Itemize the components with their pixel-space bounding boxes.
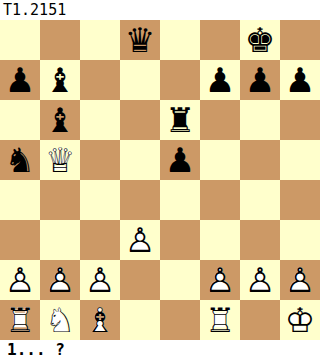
square-a1[interactable]: ♜♖ (0, 300, 40, 340)
square-d8[interactable]: ♛ (120, 20, 160, 60)
square-b2[interactable]: ♟♙ (40, 260, 80, 300)
square-h4[interactable] (280, 180, 320, 220)
square-h8[interactable] (280, 20, 320, 60)
square-a8[interactable] (0, 20, 40, 60)
square-a4[interactable] (0, 180, 40, 220)
square-b6[interactable]: ♝ (40, 100, 80, 140)
square-d4[interactable] (120, 180, 160, 220)
square-b4[interactable] (40, 180, 80, 220)
square-c7[interactable] (80, 60, 120, 100)
square-e2[interactable] (160, 260, 200, 300)
square-h7[interactable]: ♟ (280, 60, 320, 100)
white-king: ♚ (280, 300, 320, 340)
white-pawn: ♟ (80, 260, 120, 300)
square-d2[interactable] (120, 260, 160, 300)
white-pawn: ♟ (280, 260, 320, 300)
square-d5[interactable] (120, 140, 160, 180)
white-pawn-outline: ♙ (80, 260, 120, 300)
black-pawn: ♟ (240, 60, 280, 100)
square-g5[interactable] (240, 140, 280, 180)
white-pawn: ♟ (240, 260, 280, 300)
white-pawn-outline: ♙ (240, 260, 280, 300)
white-knight: ♞ (40, 300, 80, 340)
square-e6[interactable]: ♜ (160, 100, 200, 140)
square-g8[interactable]: ♚ (240, 20, 280, 60)
move-prompt: 1... ? (0, 340, 320, 360)
square-f1[interactable]: ♜♖ (200, 300, 240, 340)
square-h5[interactable] (280, 140, 320, 180)
square-g2[interactable]: ♟♙ (240, 260, 280, 300)
black-king: ♚ (240, 20, 280, 60)
square-e8[interactable] (160, 20, 200, 60)
black-pawn: ♟ (160, 140, 200, 180)
white-bishop: ♝ (80, 300, 120, 340)
black-pawn: ♟ (200, 60, 240, 100)
square-d1[interactable] (120, 300, 160, 340)
square-c3[interactable] (80, 220, 120, 260)
white-rook-outline: ♖ (0, 300, 40, 340)
square-g4[interactable] (240, 180, 280, 220)
square-h3[interactable] (280, 220, 320, 260)
square-e4[interactable] (160, 180, 200, 220)
square-a3[interactable] (0, 220, 40, 260)
black-pawn: ♟ (0, 60, 40, 100)
square-g1[interactable] (240, 300, 280, 340)
square-f8[interactable] (200, 20, 240, 60)
puzzle-title: T1.2151 (0, 0, 320, 20)
square-f2[interactable]: ♟♙ (200, 260, 240, 300)
white-pawn-outline: ♙ (40, 260, 80, 300)
black-bishop: ♝ (40, 100, 80, 140)
white-pawn: ♟ (40, 260, 80, 300)
white-pawn: ♟ (0, 260, 40, 300)
square-a7[interactable]: ♟ (0, 60, 40, 100)
white-pawn-outline: ♙ (280, 260, 320, 300)
square-c1[interactable]: ♝♗ (80, 300, 120, 340)
white-bishop-outline: ♗ (80, 300, 120, 340)
white-king-outline: ♔ (280, 300, 320, 340)
square-d3[interactable]: ♟♙ (120, 220, 160, 260)
square-f5[interactable] (200, 140, 240, 180)
square-e7[interactable] (160, 60, 200, 100)
black-rook: ♜ (160, 100, 200, 140)
square-c6[interactable] (80, 100, 120, 140)
square-d6[interactable] (120, 100, 160, 140)
white-pawn: ♟ (200, 260, 240, 300)
white-queen: ♛ (40, 140, 80, 180)
chess-puzzle-app: T1.2151 ♛♚♟♝♟♟♟♝♜♞♛♕♟♟♙♟♙♟♙♟♙♟♙♟♙♟♙♜♖♞♘♝… (0, 0, 320, 360)
square-b7[interactable]: ♝ (40, 60, 80, 100)
white-pawn: ♟ (120, 220, 160, 260)
chess-board: ♛♚♟♝♟♟♟♝♜♞♛♕♟♟♙♟♙♟♙♟♙♟♙♟♙♟♙♜♖♞♘♝♗♜♖♚♔ (0, 20, 320, 340)
white-pawn-outline: ♙ (0, 260, 40, 300)
black-queen: ♛ (120, 20, 160, 60)
white-rook: ♜ (200, 300, 240, 340)
square-e5[interactable]: ♟ (160, 140, 200, 180)
square-b8[interactable] (40, 20, 80, 60)
square-c2[interactable]: ♟♙ (80, 260, 120, 300)
white-pawn-outline: ♙ (200, 260, 240, 300)
square-b3[interactable] (40, 220, 80, 260)
white-rook: ♜ (0, 300, 40, 340)
square-c4[interactable] (80, 180, 120, 220)
square-b1[interactable]: ♞♘ (40, 300, 80, 340)
square-g6[interactable] (240, 100, 280, 140)
square-e3[interactable] (160, 220, 200, 260)
black-knight: ♞ (0, 140, 40, 180)
square-c5[interactable] (80, 140, 120, 180)
square-a6[interactable] (0, 100, 40, 140)
white-queen-outline: ♕ (40, 140, 80, 180)
square-g3[interactable] (240, 220, 280, 260)
white-knight-outline: ♘ (40, 300, 80, 340)
square-f7[interactable]: ♟ (200, 60, 240, 100)
square-b5[interactable]: ♛♕ (40, 140, 80, 180)
square-a5[interactable]: ♞ (0, 140, 40, 180)
square-e1[interactable] (160, 300, 200, 340)
square-f3[interactable] (200, 220, 240, 260)
square-f4[interactable] (200, 180, 240, 220)
square-h2[interactable]: ♟♙ (280, 260, 320, 300)
square-d7[interactable] (120, 60, 160, 100)
black-pawn: ♟ (280, 60, 320, 100)
white-rook-outline: ♖ (200, 300, 240, 340)
square-h6[interactable] (280, 100, 320, 140)
square-g7[interactable]: ♟ (240, 60, 280, 100)
black-bishop: ♝ (40, 60, 80, 100)
square-f6[interactable] (200, 100, 240, 140)
white-pawn-outline: ♙ (120, 220, 160, 260)
square-h1[interactable]: ♚♔ (280, 300, 320, 340)
square-c8[interactable] (80, 20, 120, 60)
square-a2[interactable]: ♟♙ (0, 260, 40, 300)
